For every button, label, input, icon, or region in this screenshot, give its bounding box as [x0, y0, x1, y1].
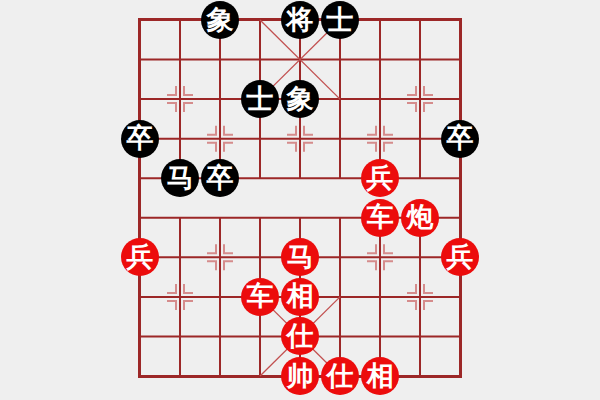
piece-red-cannon[interactable]: 炮 [401, 199, 439, 237]
piece-red-pawn[interactable]: 兵 [441, 238, 479, 276]
piece-red-advisor[interactable]: 仕 [281, 317, 319, 355]
piece-black-pawn[interactable]: 卒 [121, 120, 159, 158]
pieces-layer: 象将士士象卒卒马卒兵车炮兵马兵车相仕帅仕相 [0, 0, 600, 400]
piece-black-general[interactable]: 将 [281, 1, 319, 39]
piece-black-advisor[interactable]: 士 [241, 80, 279, 118]
piece-black-horse[interactable]: 马 [161, 159, 199, 197]
piece-black-pawn[interactable]: 卒 [441, 120, 479, 158]
xiangqi-board[interactable]: 象将士士象卒卒马卒兵车炮兵马兵车相仕帅仕相 [0, 0, 600, 400]
piece-black-elephant[interactable]: 象 [201, 1, 239, 39]
piece-red-horse[interactable]: 马 [281, 238, 319, 276]
piece-red-pawn[interactable]: 兵 [121, 238, 159, 276]
piece-red-general[interactable]: 帅 [281, 357, 319, 395]
piece-black-pawn[interactable]: 卒 [201, 159, 239, 197]
piece-red-chariot[interactable]: 车 [361, 199, 399, 237]
piece-red-elephant[interactable]: 相 [361, 357, 399, 395]
xiangqi-app: 象将士士象卒卒马卒兵车炮兵马兵车相仕帅仕相 [0, 0, 600, 400]
piece-black-advisor[interactable]: 士 [321, 1, 359, 39]
piece-red-advisor[interactable]: 仕 [321, 357, 359, 395]
piece-black-elephant[interactable]: 象 [281, 80, 319, 118]
piece-red-elephant[interactable]: 相 [281, 278, 319, 316]
piece-red-pawn[interactable]: 兵 [361, 159, 399, 197]
piece-red-chariot[interactable]: 车 [241, 278, 279, 316]
